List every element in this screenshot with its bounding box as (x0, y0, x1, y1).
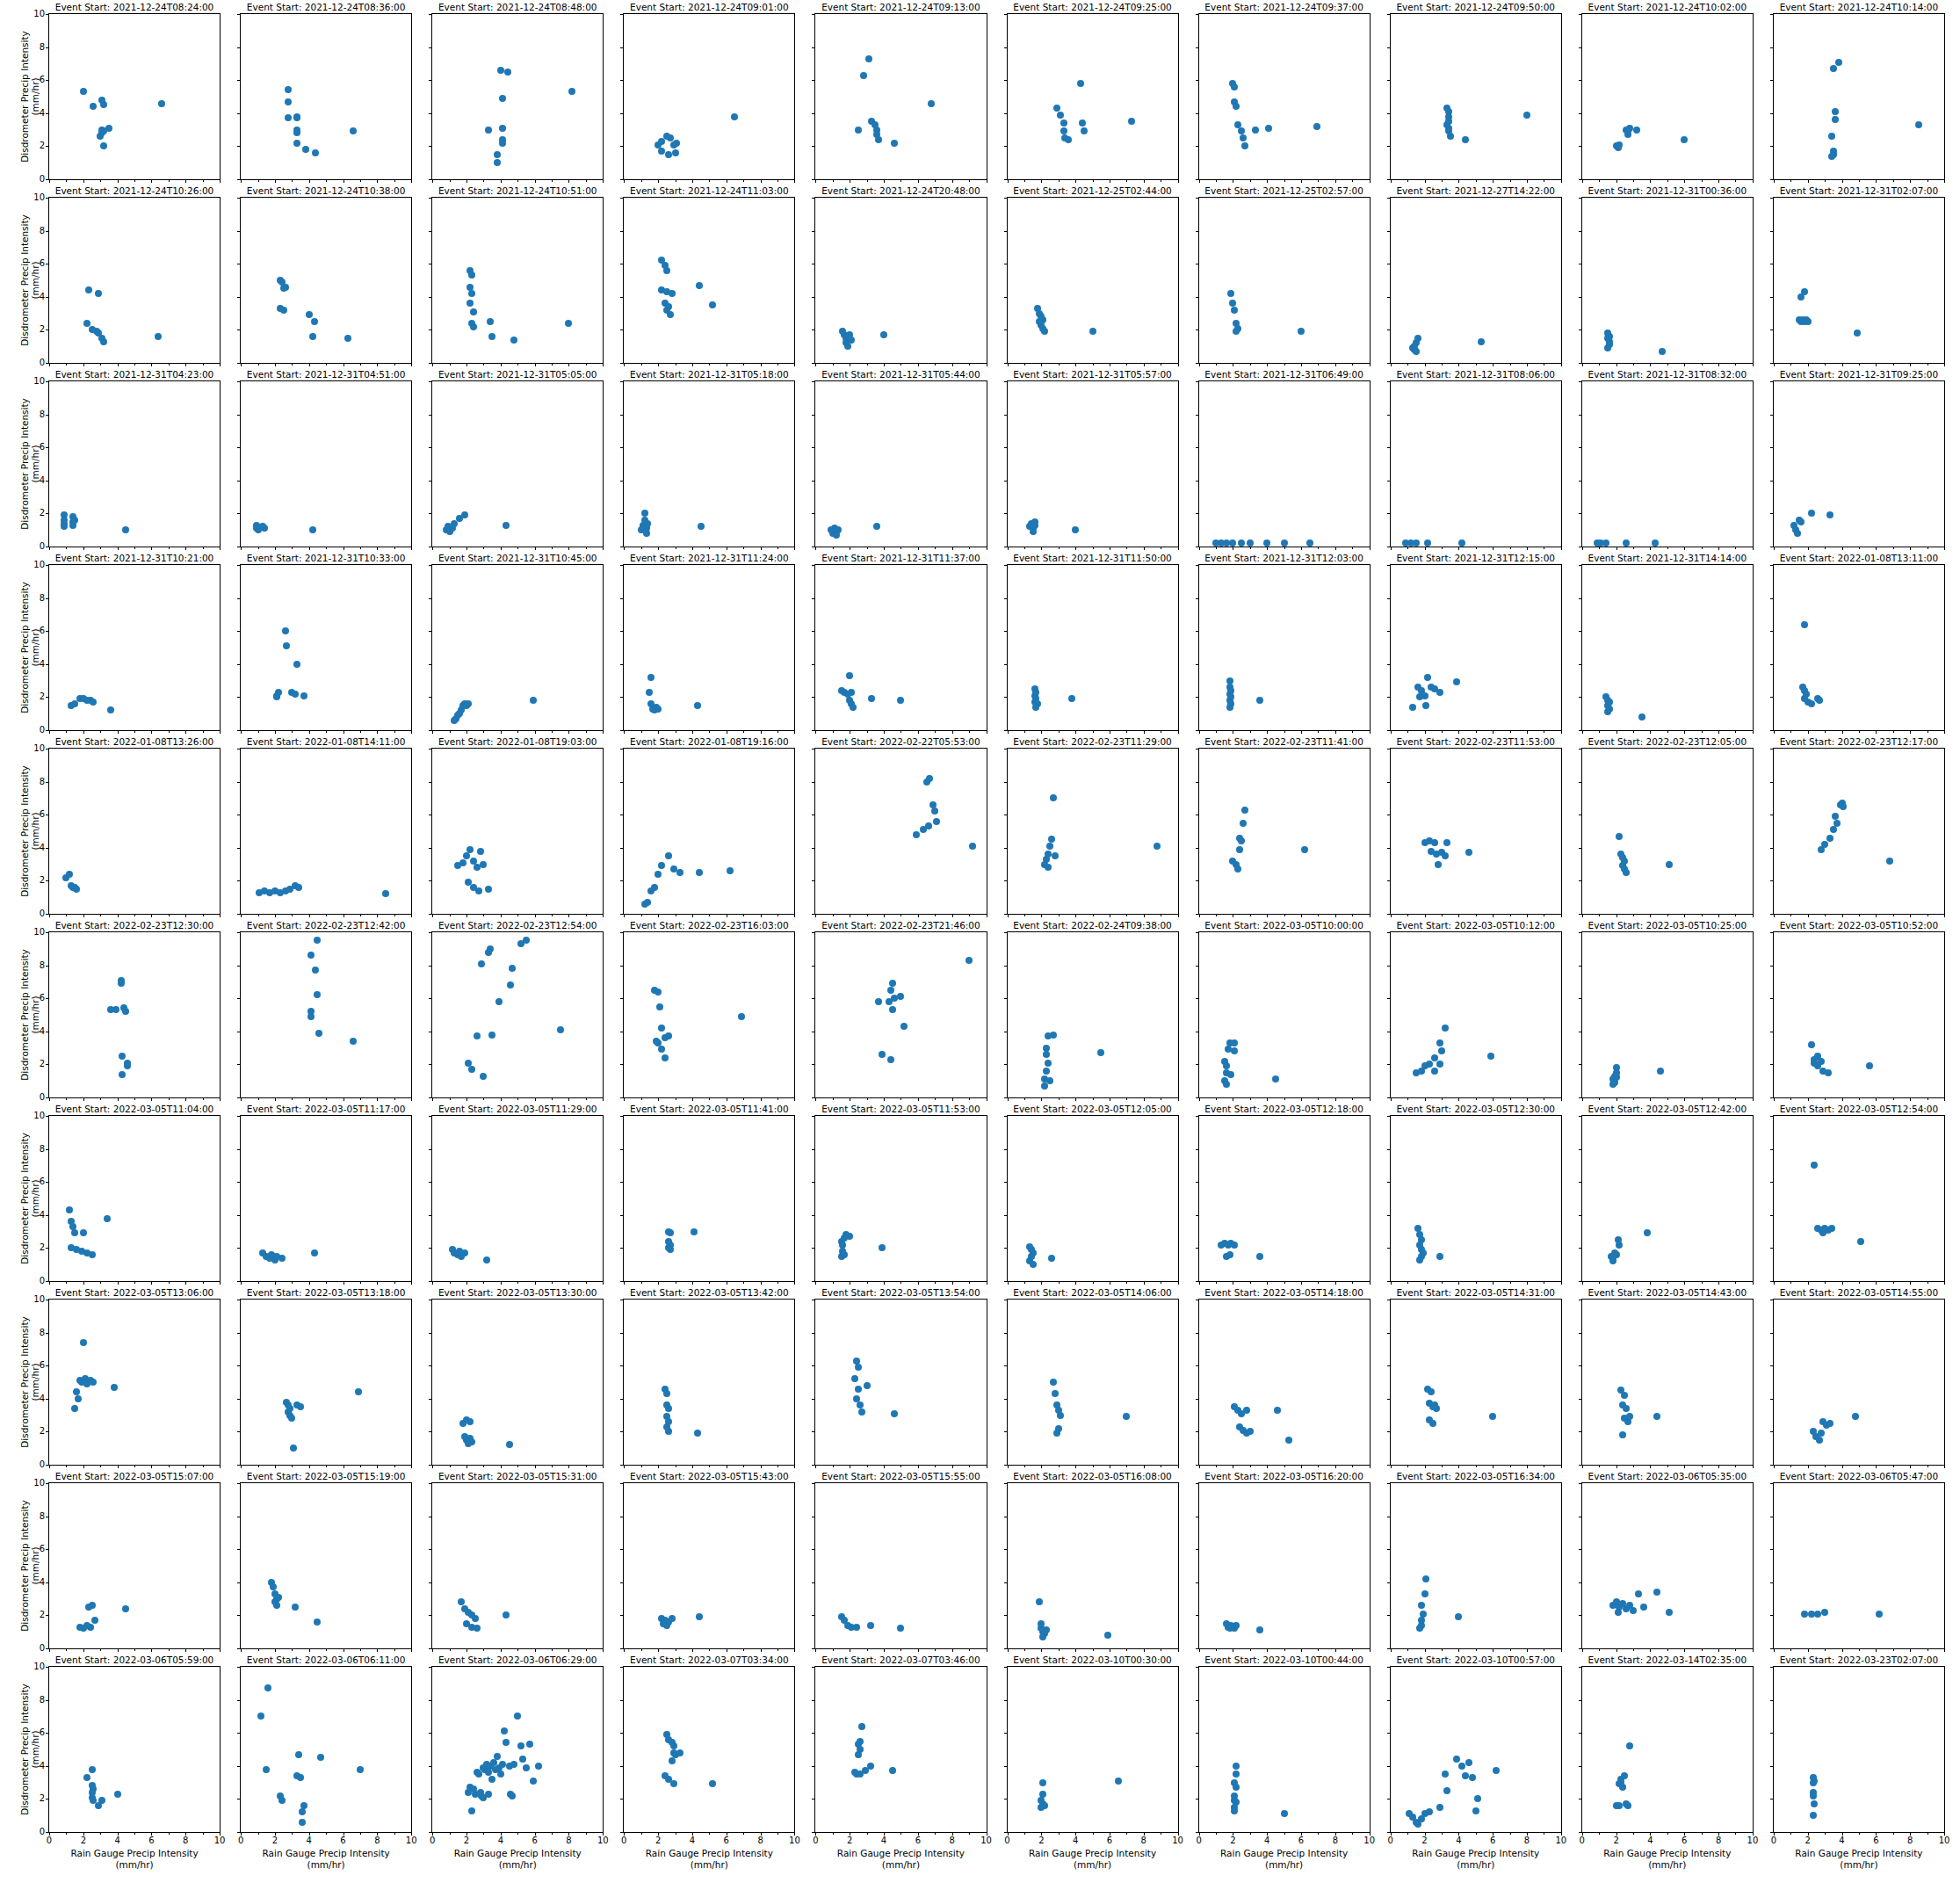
x-tick-mark (777, 1648, 778, 1651)
data-point (663, 267, 670, 274)
x-tick-mark (1093, 547, 1094, 549)
x-tick-mark (867, 1281, 868, 1284)
y-tick-mark (1196, 1799, 1199, 1799)
y-tick-mark (1579, 1182, 1582, 1183)
x-tick-mark (794, 1281, 795, 1285)
y-tick-mark (46, 415, 49, 416)
x-tick-mark (100, 1648, 101, 1651)
x-tick-label: 10 (1172, 1836, 1183, 1845)
y-tick-mark (237, 1300, 241, 1300)
subplot: Event Start: 2021-12-27T14:22:00 (1382, 185, 1573, 369)
subplot: Event Start: 2021-12-31T08:06:00 (1382, 369, 1573, 553)
plot-area (814, 1115, 987, 1282)
x-tick-mark (151, 179, 152, 183)
data-point (858, 1723, 865, 1730)
y-axis-label-line: (mm/hr) (30, 1115, 40, 1282)
data-point (867, 1763, 874, 1770)
x-tick-mark (1476, 547, 1477, 549)
y-tick-mark (1387, 1399, 1391, 1400)
data-point (1478, 338, 1485, 345)
subplot: Event Start: 2022-02-23T21:46:00 (806, 920, 998, 1104)
x-tick-mark (1442, 547, 1443, 549)
data-point (897, 697, 904, 704)
x-tick-mark (483, 730, 484, 733)
data-point (311, 318, 318, 325)
y-tick-mark (237, 1733, 241, 1734)
x-tick-mark (1633, 547, 1634, 549)
x-tick-mark (1650, 730, 1651, 734)
data-point (1256, 697, 1263, 704)
x-tick-mark (394, 1097, 395, 1100)
y-tick-mark (429, 1667, 432, 1668)
y-tick-mark (620, 264, 624, 264)
y-tick-mark (1196, 481, 1199, 482)
y-tick-mark (429, 1582, 432, 1583)
data-point (300, 692, 307, 699)
x-tick-mark (151, 363, 152, 366)
x-tick-mark (568, 914, 569, 917)
x-tick-mark (326, 179, 327, 182)
subplot-title: Event Start: 2022-02-23T12:05:00 (1581, 736, 1754, 748)
data-point (1052, 852, 1059, 859)
data-point (499, 125, 506, 132)
y-tick-mark (1387, 697, 1391, 698)
data-point (1233, 1771, 1240, 1778)
x-tick-mark (344, 1465, 344, 1468)
x-tick-mark (1126, 730, 1127, 733)
y-tick-mark (1004, 1733, 1008, 1734)
subplot: Event Start: 2022-03-05T13:30:00 (423, 1287, 615, 1471)
data-point (468, 1807, 475, 1814)
y-tick-mark (812, 1700, 815, 1701)
subplot-title: Event Start: 2021-12-31T00:36:00 (1581, 185, 1754, 197)
x-tick-mark (1126, 179, 1127, 182)
x-tick-mark (1774, 179, 1775, 183)
x-tick-mark (900, 363, 901, 366)
subplot-title: Event Start: 2022-03-06T05:35:00 (1581, 1471, 1754, 1482)
x-tick-mark (169, 730, 170, 733)
data-point (1635, 1590, 1642, 1597)
x-tick-mark (1718, 730, 1719, 734)
scatter-plot-matrix: Event Start: 2021-12-24T08:24:000246810D… (0, 0, 1960, 1890)
subplot: Event Start: 2022-03-05T15:55:00 (806, 1471, 998, 1655)
x-tick-mark (151, 1097, 152, 1101)
plot-area (1390, 1482, 1562, 1649)
data-point (100, 101, 107, 108)
x-tick-mark (1370, 1465, 1371, 1468)
subplot-title: Event Start: 2021-12-31T10:21:00 (48, 553, 221, 564)
y-tick-mark (237, 80, 241, 81)
x-tick-mark (275, 1281, 276, 1285)
x-tick-mark (1893, 1281, 1894, 1284)
plot-area (1007, 1482, 1179, 1649)
x-tick-mark (1910, 179, 1911, 183)
data-point (1238, 539, 1245, 547)
x-tick-mark (918, 1281, 919, 1285)
x-tick-mark (1561, 363, 1562, 366)
data-point (470, 323, 477, 330)
x-tick-mark (969, 179, 970, 182)
data-point (61, 523, 68, 530)
y-tick-mark (812, 481, 815, 482)
y-tick-mark (1004, 447, 1008, 448)
y-tick-mark (1196, 1766, 1199, 1767)
subplot: Event Start: 2021-12-24T20:48:00 (806, 185, 998, 369)
x-tick-mark (1335, 730, 1336, 734)
x-tick-mark (1790, 730, 1791, 733)
y-tick-mark (1387, 1064, 1391, 1065)
y-tick-mark (812, 1517, 815, 1517)
y-tick-mark (1196, 815, 1199, 815)
subplot: Event Start: 2022-03-05T11:29:00 (423, 1104, 615, 1287)
x-tick-mark (1301, 730, 1302, 734)
subplot: Event Start: 2021-12-31T04:23:000246810D… (40, 369, 232, 553)
x-tick-mark (1510, 1648, 1511, 1651)
x-tick-mark (1041, 1648, 1042, 1652)
data-point (472, 1615, 479, 1622)
y-axis-label: Disdrometer Precip Intensity(mm/hr) (19, 380, 40, 547)
x-tick-mark (1407, 1097, 1408, 1100)
x-tick-mark (676, 547, 676, 549)
y-tick-mark (1196, 966, 1199, 967)
data-point (658, 1046, 665, 1053)
y-tick-mark (237, 447, 241, 448)
x-tick-mark (743, 363, 744, 366)
data-point (1613, 1064, 1620, 1071)
x-tick-mark (394, 363, 395, 366)
x-tick-mark (658, 363, 659, 366)
x-tick-mark (1233, 1281, 1233, 1285)
x-tick-mark (1927, 547, 1928, 549)
y-tick-mark (812, 1333, 815, 1334)
y-tick-mark (237, 749, 241, 749)
y-tick-mark (1770, 1615, 1774, 1616)
y-tick-mark (1196, 264, 1199, 264)
data-point (485, 127, 492, 134)
data-point (1830, 826, 1837, 833)
x-tick-mark (1599, 179, 1600, 182)
y-tick-mark (237, 1281, 241, 1282)
y-tick-mark (237, 1465, 241, 1466)
subplot: Event Start: 2022-03-05T14:06:00 (999, 1287, 1190, 1471)
y-tick-mark (1004, 47, 1008, 48)
data-point (1046, 843, 1053, 850)
x-tick-label: 6 (1490, 1836, 1495, 1845)
data-point (1233, 1622, 1240, 1629)
y-tick-mark (1004, 1799, 1008, 1799)
subplot-title: Event Start: 2022-03-05T13:54:00 (814, 1287, 987, 1299)
x-tick-mark (1561, 547, 1562, 550)
x-tick-mark (1216, 1281, 1217, 1284)
x-tick-mark (1859, 179, 1860, 182)
x-tick-mark (1582, 1281, 1583, 1285)
y-tick-mark (812, 1281, 815, 1282)
x-tick-mark (833, 1465, 834, 1467)
plot-area (814, 197, 987, 364)
x-tick-label: 4 (1264, 1836, 1269, 1845)
subplot-title: Event Start: 2022-03-05T15:43:00 (623, 1471, 795, 1482)
y-tick-mark (812, 782, 815, 783)
x-tick-mark (1284, 730, 1285, 733)
data-point (1060, 119, 1067, 127)
x-tick-mark (377, 1281, 378, 1285)
x-tick-mark (1352, 1097, 1353, 1100)
y-tick-mark (620, 730, 624, 731)
x-tick-mark (360, 1648, 361, 1651)
x-tick-mark (1318, 1832, 1319, 1835)
data-point (1915, 121, 1922, 128)
x-tick-mark (1233, 1097, 1233, 1101)
data-point (494, 1753, 501, 1760)
y-axis-label-line: Disdrometer Precip Intensity (19, 197, 30, 364)
data-point (833, 532, 840, 539)
x-tick-label: 10 (214, 1836, 226, 1845)
y-tick-mark (1004, 966, 1008, 967)
x-axis-label-line: Rain Gauge Precip Intensity (48, 1848, 221, 1859)
x-tick-mark (1735, 547, 1736, 549)
subplot-title: Event Start: 2022-02-23T12:17:00 (1773, 736, 1945, 748)
y-tick-mark (46, 264, 49, 264)
x-tick-mark (241, 1281, 242, 1285)
data-point (483, 1256, 490, 1264)
x-tick-mark (918, 1648, 919, 1652)
x-tick-mark (309, 1465, 310, 1468)
x-tick-mark (1599, 1465, 1600, 1467)
x-tick-mark (1024, 1281, 1025, 1284)
y-tick-mark (46, 329, 49, 330)
data-point (1819, 1229, 1826, 1236)
y-tick-mark (46, 1832, 49, 1833)
x-axis-label: Rain Gauge Precip Intensity(mm/hr) (48, 1848, 221, 1871)
subplot: Event Start: 2022-03-05T11:04:000246810D… (40, 1104, 232, 1287)
x-tick-mark (641, 1832, 642, 1835)
data-point (509, 965, 516, 972)
y-tick-mark (1579, 447, 1582, 448)
x-axis-label: Rain Gauge Precip Intensity(mm/hr) (1390, 1848, 1562, 1871)
x-tick-mark (676, 1832, 676, 1835)
x-tick-mark (884, 914, 885, 917)
data-point (257, 1713, 264, 1720)
y-tick-mark (46, 1648, 49, 1649)
x-tick-mark (676, 179, 676, 182)
data-point (1616, 1242, 1623, 1249)
data-point (80, 88, 87, 95)
data-point (468, 1438, 475, 1445)
y-tick-mark (1004, 998, 1008, 999)
x-axis-label-line: (mm/hr) (1773, 1859, 1945, 1871)
data-point (665, 1405, 672, 1412)
plot-area (1773, 13, 1945, 180)
x-tick-mark (552, 730, 553, 733)
x-tick-mark (1024, 179, 1025, 182)
y-tick-mark (1579, 80, 1582, 81)
y-tick-mark (620, 80, 624, 81)
data-point (966, 957, 973, 964)
x-tick-mark (1144, 179, 1145, 183)
x-tick-mark (987, 547, 987, 550)
plot-area (623, 197, 795, 364)
x-tick-mark (185, 1281, 186, 1285)
y-tick-mark (1196, 113, 1199, 114)
data-point (1835, 59, 1842, 66)
x-tick-mark (83, 1648, 84, 1652)
y-tick-mark (429, 998, 432, 999)
data-point (1633, 127, 1640, 134)
x-tick-mark (1702, 730, 1703, 733)
x-tick-mark (900, 1281, 901, 1284)
subplot-grid: Event Start: 2021-12-24T08:24:000246810D… (40, 2, 1956, 1885)
x-tick-mark (1544, 1281, 1544, 1284)
x-tick-mark (1250, 363, 1251, 366)
x-tick-mark (517, 1281, 518, 1284)
plot-area (1773, 748, 1945, 915)
x-tick-mark (1391, 1465, 1392, 1468)
x-tick-mark (586, 1832, 587, 1835)
plot-area (1390, 13, 1562, 180)
x-tick-mark (450, 363, 451, 366)
x-tick-label: 2 (847, 1836, 852, 1845)
x-tick-mark (535, 179, 536, 183)
x-tick-mark (1352, 1832, 1353, 1835)
x-tick-mark (794, 1648, 795, 1652)
x-tick-mark (1008, 363, 1009, 366)
x-axis-label: Rain Gauge Precip Intensity(mm/hr) (814, 1848, 987, 1871)
x-tick-mark (258, 1281, 259, 1284)
x-tick-mark (987, 1097, 987, 1101)
data-point (459, 859, 466, 866)
data-point (75, 1395, 82, 1402)
x-tick-mark (1284, 1648, 1285, 1651)
y-tick-mark (812, 1032, 815, 1032)
y-tick-mark (1770, 782, 1774, 783)
data-point (523, 937, 530, 944)
x-tick-mark (100, 1832, 101, 1835)
y-tick-mark (1770, 447, 1774, 448)
x-tick-mark (794, 914, 795, 917)
plot-area (431, 1115, 604, 1282)
x-tick-mark (815, 179, 816, 183)
y-tick-mark (429, 932, 432, 933)
data-point (1306, 539, 1313, 547)
x-tick-mark (1582, 1465, 1583, 1468)
y-tick-mark (1387, 329, 1391, 330)
data-point (293, 114, 300, 121)
plot-area (1581, 748, 1754, 915)
x-tick-mark (292, 730, 293, 733)
x-axis-label-line: Rain Gauge Precip Intensity (814, 1848, 987, 1859)
x-tick-mark (1318, 1465, 1319, 1467)
y-tick-mark (1004, 1465, 1008, 1466)
data-point (1826, 511, 1833, 518)
data-point (1285, 1437, 1292, 1444)
x-tick-label: 8 (566, 1836, 571, 1845)
x-tick-mark (517, 179, 518, 182)
data-point (495, 998, 503, 1005)
data-point (1089, 328, 1096, 335)
y-tick-mark (429, 1733, 432, 1734)
data-point (295, 884, 302, 891)
x-tick-mark (969, 1097, 970, 1100)
x-tick-mark (692, 179, 693, 183)
x-tick-mark (603, 1465, 604, 1468)
data-point (1623, 1405, 1630, 1412)
x-tick-mark (641, 547, 642, 549)
y-tick-mark (1004, 749, 1008, 749)
data-point (1426, 1808, 1433, 1815)
data-point (1233, 103, 1240, 110)
x-tick-mark (377, 363, 378, 366)
subplot-title: Event Start: 2021-12-31T10:33:00 (240, 553, 412, 564)
x-tick-mark (360, 179, 361, 182)
x-tick-mark (1161, 730, 1161, 733)
y-tick-mark (620, 1648, 624, 1649)
x-tick-mark (66, 179, 67, 182)
y-tick-mark (46, 146, 49, 147)
x-tick-mark (292, 914, 293, 916)
x-tick-mark (1561, 1648, 1562, 1652)
y-tick-mark (46, 47, 49, 48)
y-tick-mark (1770, 1733, 1774, 1734)
x-tick-label: 10 (1747, 1836, 1759, 1845)
y-tick-mark (1579, 1399, 1582, 1400)
y-tick-mark (812, 80, 815, 81)
x-tick-mark (1161, 363, 1161, 366)
x-tick-mark (552, 1832, 553, 1835)
x-tick-mark (1250, 730, 1251, 733)
x-tick-label: 6 (148, 1836, 154, 1845)
x-tick-mark (1199, 547, 1200, 550)
data-point (510, 1761, 517, 1768)
x-tick-label: 6 (915, 1836, 921, 1845)
x-tick-mark (185, 914, 186, 917)
data-point (1233, 1763, 1240, 1770)
y-tick-mark (1387, 1149, 1391, 1150)
data-point (1429, 1420, 1436, 1427)
y-tick-mark (237, 631, 241, 632)
y-axis-label-line: (mm/hr) (30, 564, 40, 731)
x-tick-mark (1301, 363, 1302, 366)
x-tick-mark (411, 363, 412, 366)
x-tick-mark (1233, 730, 1233, 734)
plot-area (1581, 931, 1754, 1098)
y-tick-mark (237, 513, 241, 514)
data-point (297, 1774, 304, 1781)
x-tick-mark (501, 547, 502, 550)
x-tick-mark (1216, 179, 1217, 182)
x-tick-mark (326, 1832, 327, 1835)
x-tick-mark (241, 1648, 242, 1652)
data-point (466, 846, 474, 853)
subplot-title: Event Start: 2021-12-31T11:24:00 (623, 553, 795, 564)
x-tick-mark (394, 547, 395, 549)
subplot: Event Start: 2021-12-24T10:14:00 (1765, 2, 1956, 185)
y-tick-mark (429, 1248, 432, 1249)
plot-area (1773, 197, 1945, 364)
data-point (503, 522, 510, 529)
data-point (461, 511, 468, 518)
y-tick-mark (46, 513, 49, 514)
data-point (855, 1364, 862, 1371)
y-tick-mark (429, 14, 432, 15)
x-tick-mark (100, 1281, 101, 1284)
x-tick-mark (185, 1648, 186, 1652)
data-point (1422, 1575, 1429, 1582)
y-tick-mark (237, 848, 241, 849)
data-point (1256, 1626, 1263, 1633)
x-tick-mark (1250, 547, 1251, 549)
subplot: Event Start: 2021-12-24T08:36:00 (232, 2, 423, 185)
x-tick-mark (326, 1648, 327, 1651)
